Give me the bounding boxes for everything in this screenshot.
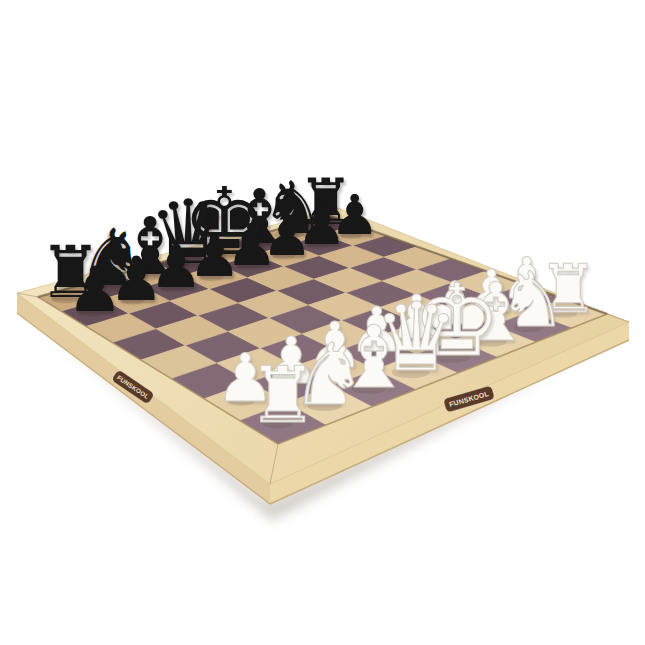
piece-shadow: [361, 349, 386, 357]
piece-shadow: [200, 249, 237, 261]
piece-shadow: [476, 307, 499, 315]
piece-shadow: [352, 383, 386, 394]
piece-shadow: [130, 271, 162, 281]
piece-shadow: [319, 364, 344, 372]
piece-shadow: [439, 321, 463, 329]
piece-shadow: [240, 240, 270, 250]
piece-shadow: [199, 273, 223, 281]
piece-shadow: [121, 297, 145, 305]
product-photo: FUNSKOOLFUNSKOOL ♜♞♝♛♚♝♞♜♟♟♟♟♟♟♟♟♟♟♟♟♟♟♟…: [0, 0, 645, 645]
piece-shadow: [91, 282, 123, 292]
piece-shadow: [392, 366, 430, 378]
piece-shadow: [551, 309, 578, 318]
piece-shadow: [307, 400, 341, 411]
piece-shadow: [79, 309, 104, 317]
piece-shadow: [512, 295, 535, 302]
piece-shadow: [309, 221, 334, 229]
piece-shadow: [401, 335, 425, 343]
piece-shadow: [307, 242, 329, 249]
piece-shadow: [274, 380, 300, 388]
piece-shadow: [161, 285, 185, 293]
piece-shadow: [431, 350, 471, 363]
piece-shadow: [237, 262, 260, 270]
piece-shadow: [475, 336, 507, 346]
chess-board: FUNSKOOLFUNSKOOL: [0, 0, 645, 645]
piece-shadow: [228, 397, 255, 406]
piece-shadow: [513, 322, 544, 332]
piece-shadow: [52, 294, 81, 303]
piece-shadow: [340, 232, 362, 239]
piece-shadow: [274, 230, 303, 239]
piece-shadow: [165, 259, 201, 271]
piece-shadow: [262, 418, 293, 428]
piece-shadow: [272, 252, 295, 259]
